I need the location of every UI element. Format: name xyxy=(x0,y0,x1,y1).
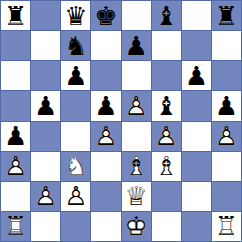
square-d6[interactable] xyxy=(91,61,120,90)
square-a4[interactable]: ♟ xyxy=(1,122,30,151)
square-e3[interactable]: ♝♗ xyxy=(122,152,151,181)
piece-outline-layer: ♖ xyxy=(1,212,30,241)
square-e6[interactable] xyxy=(122,61,151,90)
piece-black-pawn[interactable]: ♟ xyxy=(182,61,211,90)
square-a6[interactable] xyxy=(1,61,30,90)
square-g8[interactable] xyxy=(182,1,211,30)
piece-outline-layer: ♙ xyxy=(212,122,241,151)
square-c7[interactable]: ♞ xyxy=(61,31,90,60)
piece-outline-layer: ♙ xyxy=(152,122,181,151)
piece-white-pawn[interactable]: ♟♙ xyxy=(122,91,151,120)
square-h2[interactable] xyxy=(212,182,241,211)
square-d8[interactable]: ♚ xyxy=(91,1,120,30)
square-c1[interactable] xyxy=(61,212,90,241)
piece-outline-layer: ♕ xyxy=(122,182,151,211)
square-b1[interactable] xyxy=(31,212,60,241)
piece-white-bishop[interactable]: ♝♗ xyxy=(152,152,181,181)
piece-white-pawn[interactable]: ♟♙ xyxy=(1,152,30,181)
piece-white-queen[interactable]: ♛♕ xyxy=(122,182,151,211)
piece-black-pawn[interactable]: ♟ xyxy=(122,31,151,60)
square-d4[interactable]: ♟♙ xyxy=(91,122,120,151)
square-c4[interactable] xyxy=(61,122,90,151)
piece-black-bishop[interactable]: ♝ xyxy=(152,91,181,120)
piece-black-pawn[interactable]: ♟ xyxy=(1,122,30,151)
piece-black-pawn[interactable]: ♟ xyxy=(212,91,241,120)
square-b4[interactable] xyxy=(31,122,60,151)
square-e1[interactable]: ♚♔ xyxy=(122,212,151,241)
piece-white-rook[interactable]: ♜♖ xyxy=(212,212,241,241)
piece-black-bishop[interactable]: ♝ xyxy=(152,1,181,30)
piece-outline-layer: ♙ xyxy=(31,182,60,211)
square-e8[interactable] xyxy=(122,1,151,30)
piece-outline-layer: ♙ xyxy=(61,182,90,211)
square-a5[interactable] xyxy=(1,91,30,120)
square-e5[interactable]: ♟♙ xyxy=(122,91,151,120)
square-b6[interactable] xyxy=(31,61,60,90)
piece-outline-layer: ♙ xyxy=(91,122,120,151)
square-g5[interactable] xyxy=(182,91,211,120)
piece-white-bishop[interactable]: ♝♗ xyxy=(122,152,151,181)
square-h4[interactable]: ♟♙ xyxy=(212,122,241,151)
piece-black-king[interactable]: ♚ xyxy=(91,1,120,30)
square-h1[interactable]: ♜♖ xyxy=(212,212,241,241)
square-g6[interactable]: ♟ xyxy=(182,61,211,90)
piece-black-rook[interactable]: ♜ xyxy=(1,1,30,30)
square-c3[interactable]: ♞♘ xyxy=(61,152,90,181)
piece-outline-layer: ♖ xyxy=(212,212,241,241)
square-d5[interactable]: ♟ xyxy=(91,91,120,120)
chess-board: ♜♛♚♝♜♞♟♟♟♟♟♟♙♝♟♟♟♙♟♙♟♙♟♙♞♘♝♗♝♗♟♙♟♙♛♕♜♖♚♔… xyxy=(0,0,242,242)
square-e2[interactable]: ♛♕ xyxy=(122,182,151,211)
square-b3[interactable] xyxy=(31,152,60,181)
square-f3[interactable]: ♝♗ xyxy=(152,152,181,181)
piece-black-pawn[interactable]: ♟ xyxy=(31,91,60,120)
piece-outline-layer: ♙ xyxy=(122,91,151,120)
piece-outline-layer: ♙ xyxy=(1,152,30,181)
square-b7[interactable] xyxy=(31,31,60,60)
piece-black-knight[interactable]: ♞ xyxy=(61,31,90,60)
square-g1[interactable] xyxy=(182,212,211,241)
piece-outline-layer: ♔ xyxy=(122,212,151,241)
piece-white-king[interactable]: ♚♔ xyxy=(122,212,151,241)
piece-white-pawn[interactable]: ♟♙ xyxy=(212,122,241,151)
square-f8[interactable]: ♝ xyxy=(152,1,181,30)
square-c6[interactable]: ♟ xyxy=(61,61,90,90)
piece-white-pawn[interactable]: ♟♙ xyxy=(31,182,60,211)
square-b8[interactable] xyxy=(31,1,60,30)
square-a2[interactable] xyxy=(1,182,30,211)
piece-outline-layer: ♗ xyxy=(152,152,181,181)
square-h7[interactable] xyxy=(212,31,241,60)
square-g4[interactable] xyxy=(182,122,211,151)
square-c5[interactable] xyxy=(61,91,90,120)
piece-black-pawn[interactable]: ♟ xyxy=(61,61,90,90)
square-g3[interactable] xyxy=(182,152,211,181)
square-d7[interactable] xyxy=(91,31,120,60)
square-f4[interactable]: ♟♙ xyxy=(152,122,181,151)
square-d3[interactable] xyxy=(91,152,120,181)
square-e7[interactable]: ♟ xyxy=(122,31,151,60)
square-a8[interactable]: ♜ xyxy=(1,1,30,30)
square-a1[interactable]: ♜♖ xyxy=(1,212,30,241)
piece-white-pawn[interactable]: ♟♙ xyxy=(152,122,181,151)
square-c2[interactable]: ♟♙ xyxy=(61,182,90,211)
square-h6[interactable] xyxy=(212,61,241,90)
piece-white-rook[interactable]: ♜♖ xyxy=(1,212,30,241)
square-b2[interactable]: ♟♙ xyxy=(31,182,60,211)
square-d1[interactable] xyxy=(91,212,120,241)
piece-white-knight[interactable]: ♞♘ xyxy=(61,152,90,181)
piece-white-pawn[interactable]: ♟♙ xyxy=(91,122,120,151)
square-d2[interactable] xyxy=(91,182,120,211)
piece-outline-layer: ♘ xyxy=(61,152,90,181)
square-h3[interactable] xyxy=(212,152,241,181)
piece-white-pawn[interactable]: ♟♙ xyxy=(61,182,90,211)
square-c8[interactable]: ♛ xyxy=(61,1,90,30)
square-e4[interactable] xyxy=(122,122,151,151)
square-h5[interactable]: ♟ xyxy=(212,91,241,120)
square-h8[interactable]: ♜ xyxy=(212,1,241,30)
piece-black-rook[interactable]: ♜ xyxy=(212,1,241,30)
square-f7[interactable] xyxy=(152,31,181,60)
square-f5[interactable]: ♝ xyxy=(152,91,181,120)
piece-black-pawn[interactable]: ♟ xyxy=(91,91,120,120)
square-b5[interactable]: ♟ xyxy=(31,91,60,120)
square-f6[interactable] xyxy=(152,61,181,90)
square-f1[interactable] xyxy=(152,212,181,241)
piece-black-queen[interactable]: ♛ xyxy=(61,1,90,30)
square-g7[interactable] xyxy=(182,31,211,60)
square-a3[interactable]: ♟♙ xyxy=(1,152,30,181)
piece-outline-layer: ♗ xyxy=(122,152,151,181)
square-g2[interactable] xyxy=(182,182,211,211)
square-a7[interactable] xyxy=(1,31,30,60)
square-f2[interactable] xyxy=(152,182,181,211)
